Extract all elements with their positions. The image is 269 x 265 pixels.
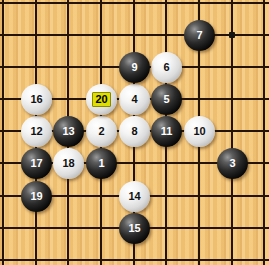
- stone-number: 20: [92, 92, 110, 107]
- stone-number: 2: [97, 126, 105, 137]
- stone-18: 18: [53, 148, 84, 179]
- stone-2: 2: [86, 116, 117, 147]
- stone-7: 7: [184, 20, 215, 51]
- stone-16: 16: [21, 84, 52, 115]
- grid-vline: [263, 0, 265, 265]
- stone-1: 1: [86, 148, 117, 179]
- stone-number: 8: [130, 126, 138, 137]
- stone-number: 5: [162, 94, 170, 105]
- go-board[interactable]: 1234567891011121314151617181920: [0, 0, 269, 265]
- stone-number: 11: [160, 126, 174, 137]
- stone-19: 19: [21, 181, 52, 212]
- stone-number: 19: [29, 191, 43, 202]
- stone-number: 9: [130, 62, 138, 73]
- stone-8: 8: [119, 116, 150, 147]
- stone-number: 12: [29, 126, 43, 137]
- stone-number: 3: [228, 158, 236, 169]
- stone-number: 18: [61, 158, 75, 169]
- stone-number: 1: [97, 158, 105, 169]
- stone-number: 15: [127, 223, 141, 234]
- stone-number: 17: [29, 158, 43, 169]
- stone-20-last-move: 20: [86, 84, 117, 115]
- stone-9: 9: [119, 52, 150, 83]
- stone-17: 17: [21, 148, 52, 179]
- stone-number: 14: [127, 191, 141, 202]
- grid-vline: [2, 0, 4, 265]
- stone-15: 15: [119, 213, 150, 244]
- stone-number: 7: [195, 30, 203, 41]
- grid-vline: [231, 0, 233, 265]
- stone-6: 6: [151, 52, 182, 83]
- stone-12: 12: [21, 116, 52, 147]
- stone-11: 11: [151, 116, 182, 147]
- stone-13: 13: [53, 116, 84, 147]
- stone-number: 10: [192, 126, 206, 137]
- stone-number: 13: [61, 126, 75, 137]
- star-point: [229, 32, 235, 38]
- stone-4: 4: [119, 84, 150, 115]
- stone-3: 3: [217, 148, 248, 179]
- stone-5: 5: [151, 84, 182, 115]
- stone-14: 14: [119, 181, 150, 212]
- stone-number: 6: [162, 62, 170, 73]
- stone-number: 16: [29, 94, 43, 105]
- stone-10: 10: [184, 116, 215, 147]
- stone-number: 4: [130, 94, 138, 105]
